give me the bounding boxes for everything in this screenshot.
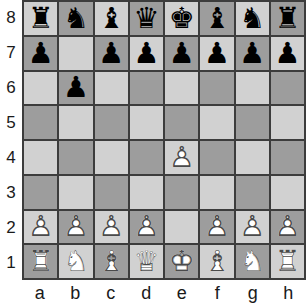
- rank-label-6: 6: [0, 70, 22, 105]
- piece-outline-glyph: ♙: [24, 211, 57, 244]
- piece-white-pawn: ♟♙: [95, 211, 128, 244]
- square-a3[interactable]: [24, 176, 57, 209]
- square-g8[interactable]: ♞: [236, 2, 269, 35]
- square-e8[interactable]: ♚: [165, 2, 198, 35]
- file-label-e: e: [164, 280, 200, 306]
- piece-glyph: ♟: [271, 37, 304, 70]
- piece-black-pawn: ♟: [271, 37, 304, 70]
- file-label-f: f: [200, 280, 236, 306]
- chess-diagram: 87654321 ♜♞♝♛♚♝♞♜♟♟♟♟♟♟♟♟♟♙♟♙♟♙♟♙♟♙♟♙♟♙♟…: [0, 0, 306, 306]
- square-d5[interactable]: [130, 106, 163, 139]
- square-a5[interactable]: [24, 106, 57, 139]
- square-d6[interactable]: [130, 72, 163, 105]
- piece-outline-glyph: ♙: [236, 211, 269, 244]
- square-f7[interactable]: ♟: [200, 37, 233, 70]
- piece-black-bishop: ♝: [95, 2, 128, 35]
- piece-black-knight: ♞: [236, 2, 269, 35]
- square-e7[interactable]: ♟: [165, 37, 198, 70]
- square-g5[interactable]: [236, 106, 269, 139]
- piece-outline-glyph: ♗: [95, 245, 128, 278]
- piece-outline-glyph: ♖: [271, 245, 304, 278]
- square-c8[interactable]: ♝: [95, 2, 128, 35]
- square-d4[interactable]: [130, 141, 163, 174]
- square-e5[interactable]: [165, 106, 198, 139]
- piece-outline-glyph: ♘: [59, 245, 92, 278]
- square-d1[interactable]: ♛♕: [130, 245, 163, 278]
- square-b1[interactable]: ♞♘: [59, 245, 92, 278]
- piece-white-rook: ♜♖: [24, 245, 57, 278]
- file-label-b: b: [58, 280, 94, 306]
- square-h6[interactable]: [271, 72, 304, 105]
- square-f2[interactable]: ♟♙: [200, 211, 233, 244]
- square-f1[interactable]: ♝♗: [200, 245, 233, 278]
- square-g6[interactable]: [236, 72, 269, 105]
- piece-black-pawn: ♟: [200, 37, 233, 70]
- square-f4[interactable]: [200, 141, 233, 174]
- square-b4[interactable]: [59, 141, 92, 174]
- piece-white-pawn: ♟♙: [59, 211, 92, 244]
- piece-glyph: ♜: [24, 2, 57, 35]
- file-label-g: g: [235, 280, 271, 306]
- piece-outline-glyph: ♙: [130, 211, 163, 244]
- piece-white-knight: ♞♘: [59, 245, 92, 278]
- piece-white-pawn: ♟♙: [24, 211, 57, 244]
- square-h8[interactable]: ♜: [271, 2, 304, 35]
- piece-glyph: ♝: [200, 2, 233, 35]
- piece-glyph: ♜: [271, 2, 304, 35]
- rank-label-1: 1: [0, 245, 22, 280]
- piece-glyph: ♟: [165, 37, 198, 70]
- square-c6[interactable]: [95, 72, 128, 105]
- square-a6[interactable]: [24, 72, 57, 105]
- square-c3[interactable]: [95, 176, 128, 209]
- square-d2[interactable]: ♟♙: [130, 211, 163, 244]
- square-g7[interactable]: ♟: [236, 37, 269, 70]
- piece-black-rook: ♜: [24, 2, 57, 35]
- square-a7[interactable]: ♟: [24, 37, 57, 70]
- piece-outline-glyph: ♙: [165, 141, 198, 174]
- piece-glyph: ♟: [59, 72, 92, 105]
- file-label-h: h: [271, 280, 307, 306]
- piece-black-rook: ♜: [271, 2, 304, 35]
- piece-outline-glyph: ♙: [200, 211, 233, 244]
- square-a4[interactable]: [24, 141, 57, 174]
- piece-white-rook: ♜♖: [271, 245, 304, 278]
- file-labels: abcdefgh: [22, 280, 306, 306]
- square-h2[interactable]: ♟♙: [271, 211, 304, 244]
- piece-outline-glyph: ♖: [24, 245, 57, 278]
- piece-black-pawn: ♟: [165, 37, 198, 70]
- rank-label-4: 4: [0, 140, 22, 175]
- piece-outline-glyph: ♙: [95, 211, 128, 244]
- piece-white-knight: ♞♘: [236, 245, 269, 278]
- piece-black-bishop: ♝: [200, 2, 233, 35]
- piece-glyph: ♟: [130, 37, 163, 70]
- piece-white-pawn: ♟♙: [271, 211, 304, 244]
- square-e3[interactable]: [165, 176, 198, 209]
- piece-glyph: ♝: [95, 2, 128, 35]
- chess-board: ♜♞♝♛♚♝♞♜♟♟♟♟♟♟♟♟♟♙♟♙♟♙♟♙♟♙♟♙♟♙♟♙♜♖♞♘♝♗♛♕…: [22, 0, 306, 280]
- square-e2[interactable]: [165, 211, 198, 244]
- square-d8[interactable]: ♛: [130, 2, 163, 35]
- square-h4[interactable]: [271, 141, 304, 174]
- piece-glyph: ♟: [236, 37, 269, 70]
- piece-black-pawn: ♟: [130, 37, 163, 70]
- piece-black-king: ♚: [165, 2, 198, 35]
- piece-white-pawn: ♟♙: [165, 141, 198, 174]
- square-a2[interactable]: ♟♙: [24, 211, 57, 244]
- piece-white-king: ♚♔: [165, 245, 198, 278]
- piece-glyph: ♞: [59, 2, 92, 35]
- file-label-a: a: [22, 280, 58, 306]
- piece-black-pawn: ♟: [95, 37, 128, 70]
- piece-outline-glyph: ♘: [236, 245, 269, 278]
- square-b7[interactable]: [59, 37, 92, 70]
- piece-outline-glyph: ♔: [165, 245, 198, 278]
- square-a8[interactable]: ♜: [24, 2, 57, 35]
- square-f8[interactable]: ♝: [200, 2, 233, 35]
- piece-outline-glyph: ♙: [59, 211, 92, 244]
- square-g4[interactable]: [236, 141, 269, 174]
- square-g2[interactable]: ♟♙: [236, 211, 269, 244]
- piece-black-pawn: ♟: [24, 37, 57, 70]
- square-h7[interactable]: ♟: [271, 37, 304, 70]
- rank-label-2: 2: [0, 210, 22, 245]
- square-c1[interactable]: ♝♗: [95, 245, 128, 278]
- square-b8[interactable]: ♞: [59, 2, 92, 35]
- square-c2[interactable]: ♟♙: [95, 211, 128, 244]
- square-b3[interactable]: [59, 176, 92, 209]
- square-b6[interactable]: ♟: [59, 72, 92, 105]
- piece-glyph: ♟: [200, 37, 233, 70]
- square-h1[interactable]: ♜♖: [271, 245, 304, 278]
- square-d3[interactable]: [130, 176, 163, 209]
- piece-glyph: ♟: [24, 37, 57, 70]
- rank-label-3: 3: [0, 175, 22, 210]
- rank-label-8: 8: [0, 0, 22, 35]
- square-c7[interactable]: ♟: [95, 37, 128, 70]
- square-c5[interactable]: [95, 106, 128, 139]
- square-f3[interactable]: [200, 176, 233, 209]
- piece-glyph: ♞: [236, 2, 269, 35]
- square-e6[interactable]: [165, 72, 198, 105]
- piece-outline-glyph: ♗: [200, 245, 233, 278]
- square-h5[interactable]: [271, 106, 304, 139]
- square-e1[interactable]: ♚♔: [165, 245, 198, 278]
- piece-glyph: ♟: [95, 37, 128, 70]
- piece-outline-glyph: ♙: [271, 211, 304, 244]
- piece-black-pawn: ♟: [59, 72, 92, 105]
- file-label-d: d: [129, 280, 165, 306]
- piece-white-pawn: ♟♙: [130, 211, 163, 244]
- square-b5[interactable]: [59, 106, 92, 139]
- rank-label-7: 7: [0, 35, 22, 70]
- file-label-c: c: [93, 280, 129, 306]
- square-e4[interactable]: ♟♙: [165, 141, 198, 174]
- square-h3[interactable]: [271, 176, 304, 209]
- piece-white-pawn: ♟♙: [236, 211, 269, 244]
- square-c4[interactable]: [95, 141, 128, 174]
- piece-white-bishop: ♝♗: [95, 245, 128, 278]
- rank-labels: 87654321: [0, 0, 22, 280]
- piece-white-pawn: ♟♙: [200, 211, 233, 244]
- square-f5[interactable]: [200, 106, 233, 139]
- rank-label-5: 5: [0, 105, 22, 140]
- square-g3[interactable]: [236, 176, 269, 209]
- square-f6[interactable]: [200, 72, 233, 105]
- square-b2[interactable]: ♟♙: [59, 211, 92, 244]
- piece-glyph: ♛: [130, 2, 163, 35]
- square-g1[interactable]: ♞♘: [236, 245, 269, 278]
- piece-outline-glyph: ♕: [130, 245, 163, 278]
- square-d7[interactable]: ♟: [130, 37, 163, 70]
- square-a1[interactable]: ♜♖: [24, 245, 57, 278]
- piece-black-queen: ♛: [130, 2, 163, 35]
- piece-black-knight: ♞: [59, 2, 92, 35]
- piece-glyph: ♚: [165, 2, 198, 35]
- piece-black-pawn: ♟: [236, 37, 269, 70]
- piece-white-queen: ♛♕: [130, 245, 163, 278]
- piece-white-bishop: ♝♗: [200, 245, 233, 278]
